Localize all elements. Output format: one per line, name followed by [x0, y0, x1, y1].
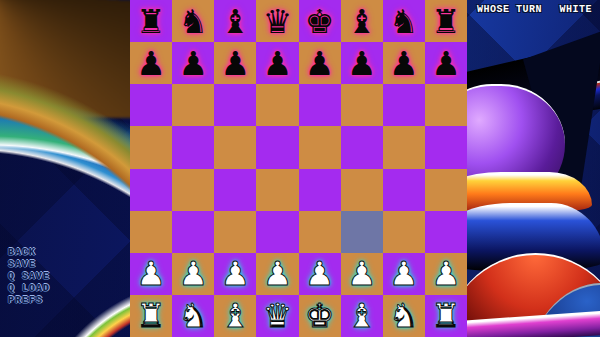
- piece-black-pawn[interactable]: ♟: [221, 47, 251, 80]
- square-d1[interactable]: ♛: [256, 295, 298, 337]
- square-e1[interactable]: ♚: [299, 295, 341, 337]
- turn-value: WHITE: [560, 4, 593, 15]
- piece-black-pawn[interactable]: ♟: [263, 47, 293, 80]
- piece-black-rook[interactable]: ♜: [136, 5, 166, 38]
- background-right-art: [455, 0, 600, 337]
- square-c3[interactable]: [214, 211, 256, 253]
- square-c8[interactable]: ♝: [214, 0, 256, 42]
- square-b8[interactable]: ♞: [172, 0, 214, 42]
- piece-black-rook[interactable]: ♜: [431, 5, 461, 38]
- square-c5[interactable]: [214, 126, 256, 168]
- square-b7[interactable]: ♟: [172, 42, 214, 84]
- menu-item-q-load[interactable]: Q LOAD: [8, 283, 50, 295]
- square-e5[interactable]: [299, 126, 341, 168]
- square-f8[interactable]: ♝: [341, 0, 383, 42]
- piece-white-queen[interactable]: ♛: [263, 299, 293, 332]
- turn-indicator: WHOSE TURN WHITE: [477, 4, 592, 15]
- square-c2[interactable]: ♟: [214, 253, 256, 295]
- menu-item-back[interactable]: BACK: [8, 247, 50, 259]
- square-a2[interactable]: ♟: [130, 253, 172, 295]
- piece-black-king[interactable]: ♚: [305, 5, 335, 38]
- square-e8[interactable]: ♚: [299, 0, 341, 42]
- piece-black-pawn[interactable]: ♟: [347, 47, 377, 80]
- piece-black-knight[interactable]: ♞: [389, 5, 419, 38]
- square-f4[interactable]: [341, 169, 383, 211]
- piece-white-pawn[interactable]: ♟: [431, 257, 461, 290]
- piece-white-knight[interactable]: ♞: [389, 299, 419, 332]
- piece-black-bishop[interactable]: ♝: [347, 5, 377, 38]
- square-e4[interactable]: [299, 169, 341, 211]
- square-g4[interactable]: [383, 169, 425, 211]
- square-g3[interactable]: [383, 211, 425, 253]
- piece-white-pawn[interactable]: ♟: [178, 257, 208, 290]
- square-c6[interactable]: [214, 84, 256, 126]
- piece-white-knight[interactable]: ♞: [178, 299, 208, 332]
- square-c1[interactable]: ♝: [214, 295, 256, 337]
- square-a1[interactable]: ♜: [130, 295, 172, 337]
- square-c7[interactable]: ♟: [214, 42, 256, 84]
- square-a4[interactable]: [130, 169, 172, 211]
- piece-white-pawn[interactable]: ♟: [221, 257, 251, 290]
- piece-black-queen[interactable]: ♛: [263, 5, 293, 38]
- square-e2[interactable]: ♟: [299, 253, 341, 295]
- square-f5[interactable]: [341, 126, 383, 168]
- square-g7[interactable]: ♟: [383, 42, 425, 84]
- square-h5[interactable]: [425, 126, 467, 168]
- square-d6[interactable]: [256, 84, 298, 126]
- square-e6[interactable]: [299, 84, 341, 126]
- square-a8[interactable]: ♜: [130, 0, 172, 42]
- chess-board: ♜♞♝♛♚♝♞♜♟♟♟♟♟♟♟♟♟♟♟♟♟♟♟♟♜♞♝♛♚♝♞♜: [130, 0, 467, 337]
- menu-item-q-save[interactable]: Q SAVE: [8, 271, 50, 283]
- square-g2[interactable]: ♟: [383, 253, 425, 295]
- game-screen: ♜♞♝♛♚♝♞♜♟♟♟♟♟♟♟♟♟♟♟♟♟♟♟♟♜♞♝♛♚♝♞♜ WHOSE T…: [0, 0, 600, 337]
- square-a5[interactable]: [130, 126, 172, 168]
- piece-black-pawn[interactable]: ♟: [178, 47, 208, 80]
- menu-item-prefs[interactable]: PREFS: [8, 295, 50, 307]
- piece-white-bishop[interactable]: ♝: [347, 299, 377, 332]
- square-b5[interactable]: [172, 126, 214, 168]
- square-d2[interactable]: ♟: [256, 253, 298, 295]
- square-f2[interactable]: ♟: [341, 253, 383, 295]
- piece-white-pawn[interactable]: ♟: [305, 257, 335, 290]
- square-d3[interactable]: [256, 211, 298, 253]
- square-h4[interactable]: [425, 169, 467, 211]
- piece-white-pawn[interactable]: ♟: [389, 257, 419, 290]
- piece-black-pawn[interactable]: ♟: [431, 47, 461, 80]
- square-e3[interactable]: [299, 211, 341, 253]
- piece-black-bishop[interactable]: ♝: [221, 5, 251, 38]
- turn-label: WHOSE TURN: [477, 4, 542, 15]
- square-d8[interactable]: ♛: [256, 0, 298, 42]
- piece-white-pawn[interactable]: ♟: [136, 257, 166, 290]
- square-b3[interactable]: [172, 211, 214, 253]
- square-h6[interactable]: [425, 84, 467, 126]
- piece-black-knight[interactable]: ♞: [178, 5, 208, 38]
- square-h2[interactable]: ♟: [425, 253, 467, 295]
- menu-item-save[interactable]: SAVE: [8, 259, 50, 271]
- square-d4[interactable]: [256, 169, 298, 211]
- square-f6[interactable]: [341, 84, 383, 126]
- square-b1[interactable]: ♞: [172, 295, 214, 337]
- piece-white-pawn[interactable]: ♟: [263, 257, 293, 290]
- square-g6[interactable]: [383, 84, 425, 126]
- square-d5[interactable]: [256, 126, 298, 168]
- piece-white-rook[interactable]: ♜: [136, 299, 166, 332]
- square-h3[interactable]: [425, 211, 467, 253]
- menu: BACK SAVE Q SAVE Q LOAD PREFS: [8, 247, 50, 307]
- square-e7[interactable]: ♟: [299, 42, 341, 84]
- square-b4[interactable]: [172, 169, 214, 211]
- square-b6[interactable]: [172, 84, 214, 126]
- square-h8[interactable]: ♜: [425, 0, 467, 42]
- square-f1[interactable]: ♝: [341, 295, 383, 337]
- square-h7[interactable]: ♟: [425, 42, 467, 84]
- square-g1[interactable]: ♞: [383, 295, 425, 337]
- square-f3[interactable]: [341, 211, 383, 253]
- piece-black-pawn[interactable]: ♟: [389, 47, 419, 80]
- square-c4[interactable]: [214, 169, 256, 211]
- piece-white-bishop[interactable]: ♝: [221, 299, 251, 332]
- square-g5[interactable]: [383, 126, 425, 168]
- piece-white-king[interactable]: ♚: [305, 299, 335, 332]
- piece-black-pawn[interactable]: ♟: [136, 47, 166, 80]
- piece-black-pawn[interactable]: ♟: [305, 47, 335, 80]
- square-a6[interactable]: [130, 84, 172, 126]
- piece-white-rook[interactable]: ♜: [431, 299, 461, 332]
- square-a3[interactable]: [130, 211, 172, 253]
- piece-white-pawn[interactable]: ♟: [347, 257, 377, 290]
- square-b2[interactable]: ♟: [172, 253, 214, 295]
- square-a7[interactable]: ♟: [130, 42, 172, 84]
- square-d7[interactable]: ♟: [256, 42, 298, 84]
- square-h1[interactable]: ♜: [425, 295, 467, 337]
- square-g8[interactable]: ♞: [383, 0, 425, 42]
- square-f7[interactable]: ♟: [341, 42, 383, 84]
